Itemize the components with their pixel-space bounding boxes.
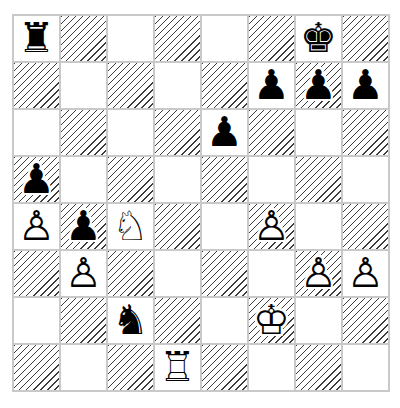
square-c7[interactable]	[108, 63, 153, 108]
square-b8[interactable]	[61, 16, 106, 61]
square-b1[interactable]	[61, 345, 106, 390]
piece-glyph: ♜	[14, 16, 59, 61]
square-g1[interactable]	[296, 345, 341, 390]
piece-glyph: ♟	[296, 63, 341, 108]
square-a5[interactable]: ♟	[14, 157, 59, 202]
chess-diagram: ♜♚♟♟♟♟♟♟♙♟♞♘♟♙♟♙♟♙♟♙♞♚♔♜♖	[0, 0, 400, 408]
piece-white-king[interactable]: ♚♔	[249, 298, 294, 343]
square-f2[interactable]: ♚♔	[249, 298, 294, 343]
square-g5[interactable]	[296, 157, 341, 202]
piece-black-pawn[interactable]: ♟	[249, 63, 294, 108]
piece-glyph: ♘	[108, 204, 153, 249]
square-g7[interactable]: ♟	[296, 63, 341, 108]
piece-glyph: ♟	[202, 110, 247, 155]
square-c2[interactable]: ♞	[108, 298, 153, 343]
square-c8[interactable]	[108, 16, 153, 61]
square-g4[interactable]	[296, 204, 341, 249]
square-b5[interactable]	[61, 157, 106, 202]
square-f4[interactable]: ♟♙	[249, 204, 294, 249]
square-h5[interactable]	[343, 157, 388, 202]
piece-glyph: ♚	[296, 16, 341, 61]
square-g2[interactable]	[296, 298, 341, 343]
square-f1[interactable]	[249, 345, 294, 390]
piece-glyph: ♙	[343, 251, 388, 296]
piece-black-knight[interactable]: ♞	[108, 298, 153, 343]
square-c4[interactable]: ♞♘	[108, 204, 153, 249]
square-g8[interactable]: ♚	[296, 16, 341, 61]
piece-white-pawn[interactable]: ♟♙	[249, 204, 294, 249]
chess-board: ♜♚♟♟♟♟♟♟♙♟♞♘♟♙♟♙♟♙♟♙♞♚♔♜♖	[12, 14, 390, 392]
piece-glyph: ♙	[296, 251, 341, 296]
square-b2[interactable]	[61, 298, 106, 343]
piece-glyph: ♟	[249, 63, 294, 108]
square-h6[interactable]	[343, 110, 388, 155]
square-d6[interactable]	[155, 110, 200, 155]
square-d3[interactable]	[155, 251, 200, 296]
square-e6[interactable]: ♟	[202, 110, 247, 155]
piece-glyph: ♟	[61, 204, 106, 249]
piece-black-pawn[interactable]: ♟	[14, 157, 59, 202]
piece-white-knight[interactable]: ♞♘	[108, 204, 153, 249]
piece-black-pawn[interactable]: ♟	[202, 110, 247, 155]
square-h1[interactable]	[343, 345, 388, 390]
piece-black-rook[interactable]: ♜	[14, 16, 59, 61]
square-h4[interactable]	[343, 204, 388, 249]
square-f7[interactable]: ♟	[249, 63, 294, 108]
square-e3[interactable]	[202, 251, 247, 296]
piece-glyph: ♙	[61, 251, 106, 296]
square-c5[interactable]	[108, 157, 153, 202]
square-h3[interactable]: ♟♙	[343, 251, 388, 296]
piece-black-pawn[interactable]: ♟	[343, 63, 388, 108]
square-h7[interactable]: ♟	[343, 63, 388, 108]
piece-white-pawn[interactable]: ♟♙	[296, 251, 341, 296]
square-d1[interactable]: ♜♖	[155, 345, 200, 390]
square-d8[interactable]	[155, 16, 200, 61]
piece-glyph: ♖	[155, 345, 200, 390]
piece-glyph: ♟	[14, 157, 59, 202]
piece-white-pawn[interactable]: ♟♙	[61, 251, 106, 296]
square-d7[interactable]	[155, 63, 200, 108]
piece-glyph: ♞	[108, 298, 153, 343]
square-f5[interactable]	[249, 157, 294, 202]
square-f6[interactable]	[249, 110, 294, 155]
square-e2[interactable]	[202, 298, 247, 343]
piece-glyph: ♟	[343, 63, 388, 108]
piece-glyph: ♔	[249, 298, 294, 343]
square-c1[interactable]	[108, 345, 153, 390]
square-c6[interactable]	[108, 110, 153, 155]
piece-black-pawn[interactable]: ♟	[296, 63, 341, 108]
square-a1[interactable]	[14, 345, 59, 390]
square-b4[interactable]: ♟	[61, 204, 106, 249]
square-h8[interactable]	[343, 16, 388, 61]
square-a4[interactable]: ♟♙	[14, 204, 59, 249]
piece-white-pawn[interactable]: ♟♙	[343, 251, 388, 296]
square-d2[interactable]	[155, 298, 200, 343]
square-d4[interactable]	[155, 204, 200, 249]
square-b7[interactable]	[61, 63, 106, 108]
square-a7[interactable]	[14, 63, 59, 108]
square-g6[interactable]	[296, 110, 341, 155]
square-f8[interactable]	[249, 16, 294, 61]
square-a8[interactable]: ♜	[14, 16, 59, 61]
square-e5[interactable]	[202, 157, 247, 202]
square-e7[interactable]	[202, 63, 247, 108]
square-g3[interactable]: ♟♙	[296, 251, 341, 296]
square-b3[interactable]: ♟♙	[61, 251, 106, 296]
square-d5[interactable]	[155, 157, 200, 202]
piece-glyph: ♙	[14, 204, 59, 249]
piece-white-rook[interactable]: ♜♖	[155, 345, 200, 390]
square-h2[interactable]	[343, 298, 388, 343]
square-e1[interactable]	[202, 345, 247, 390]
square-e4[interactable]	[202, 204, 247, 249]
piece-black-pawn[interactable]: ♟	[61, 204, 106, 249]
piece-white-pawn[interactable]: ♟♙	[14, 204, 59, 249]
piece-black-king[interactable]: ♚	[296, 16, 341, 61]
piece-glyph: ♙	[249, 204, 294, 249]
square-b6[interactable]	[61, 110, 106, 155]
square-a6[interactable]	[14, 110, 59, 155]
square-c3[interactable]	[108, 251, 153, 296]
square-a2[interactable]	[14, 298, 59, 343]
square-f3[interactable]	[249, 251, 294, 296]
square-a3[interactable]	[14, 251, 59, 296]
square-e8[interactable]	[202, 16, 247, 61]
